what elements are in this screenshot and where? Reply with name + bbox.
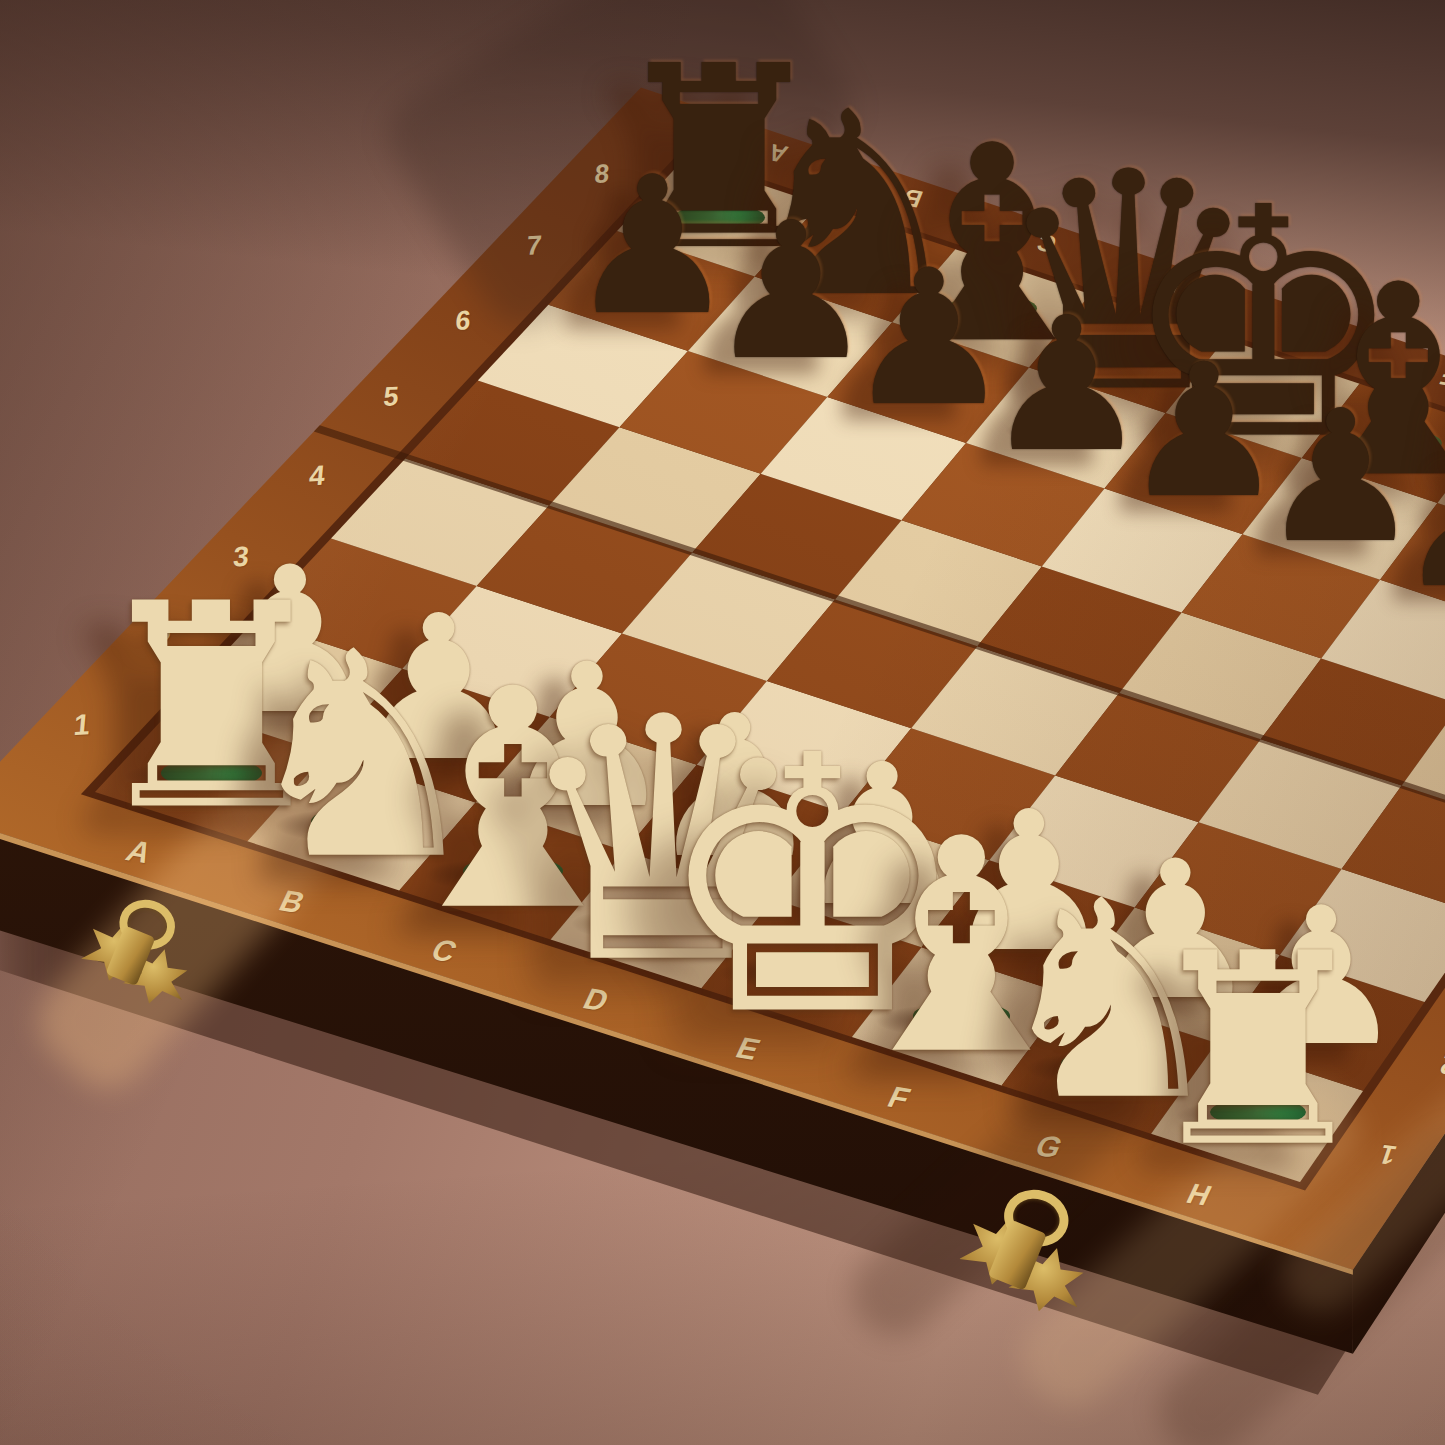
piece-white-rook-h1[interactable]: ♜	[1139, 919, 1377, 1184]
chess-board-photo: 12345678ABCDEFGHABCDEFGH12345678♜♞♝♛♚♝♞♜…	[0, 0, 1445, 1445]
piece-black-pawn-g7[interactable]: ♟	[1396, 432, 1445, 613]
rank-label-left-7: 7	[525, 230, 543, 262]
rank-label-left-4: 4	[308, 460, 326, 493]
rank-label-left-5: 5	[382, 381, 400, 413]
